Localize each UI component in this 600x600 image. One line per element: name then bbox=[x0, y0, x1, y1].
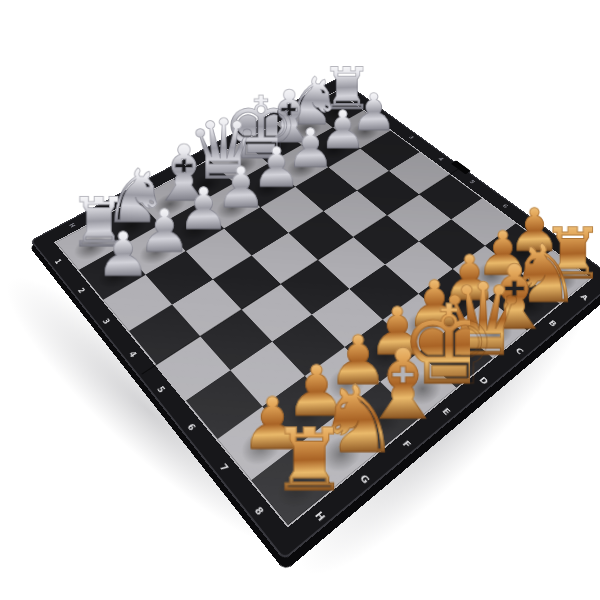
board-grid: ♜♞♝♛♚♝♞♜♟♟♟♟♟♟♟♟♟♟♟♟♟♟♟♟♜♞♝♚♛♝♞♜ bbox=[56, 91, 590, 525]
file-label-G-text: G bbox=[357, 472, 371, 485]
rank-label-4-text: 4 bbox=[127, 349, 139, 359]
piece-silver-pawn-h2: ♟ bbox=[92, 225, 154, 285]
rank-label-8-text: 8 bbox=[252, 504, 266, 517]
square-c5 bbox=[353, 215, 419, 264]
piece-gold-rook-h8: ♜ bbox=[271, 417, 347, 503]
rank-label-1-text: 1 bbox=[52, 257, 63, 265]
chess-scene: ♜♞♝♛♚♝♞♜♟♟♟♟♟♟♟♟♟♟♟♟♟♟♟♟♜♞♝♚♛♝♞♜ HGFEDCB… bbox=[83, 13, 527, 583]
rank-label-5-text: 5 bbox=[155, 384, 168, 395]
chess-board: ♜♞♝♛♚♝♞♜♟♟♟♟♟♟♟♟♟♟♟♟♟♟♟♟♜♞♝♚♛♝♞♜ HGFEDCB… bbox=[30, 77, 600, 560]
rank-label-6-text: 6 bbox=[185, 421, 198, 432]
file-label-H-text: H bbox=[312, 509, 327, 523]
rank-label-far-5-text: 5 bbox=[468, 179, 476, 184]
photo-stage: ♜♞♝♛♚♝♞♜♟♟♟♟♟♟♟♟♟♟♟♟♟♟♟♟♜♞♝♚♛♝♞♜ HGFEDCB… bbox=[0, 0, 600, 600]
rank-label-far-3-text: 3 bbox=[408, 135, 415, 140]
rank-label-2-text: 2 bbox=[76, 286, 88, 295]
rank-label-3-text: 3 bbox=[100, 316, 112, 325]
file-label-F-text: F bbox=[400, 438, 413, 450]
rank-label-far-4-text: 4 bbox=[437, 157, 445, 162]
rank-label-7-text: 7 bbox=[217, 461, 231, 473]
